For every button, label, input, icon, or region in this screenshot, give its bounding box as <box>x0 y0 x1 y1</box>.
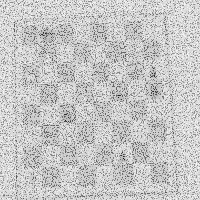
square-e6[interactable] <box>91 61 109 82</box>
square-g4[interactable] <box>128 100 147 121</box>
square-e1[interactable] <box>96 164 115 186</box>
square-a7[interactable] <box>22 45 40 65</box>
piece-black-king-b8[interactable]: ♚ <box>39 25 57 45</box>
square-b1[interactable] <box>42 166 61 188</box>
board-maker-emblem: ✵ <box>23 167 44 190</box>
square-d2[interactable] <box>77 143 96 165</box>
square-g8[interactable] <box>124 21 142 41</box>
square-a2[interactable] <box>23 146 41 168</box>
square-b4[interactable] <box>40 104 58 125</box>
square-f3[interactable] <box>112 121 131 143</box>
square-d3[interactable] <box>76 123 95 145</box>
square-f4[interactable] <box>111 101 130 122</box>
square-g1[interactable] <box>132 162 151 184</box>
square-d1[interactable] <box>78 165 97 187</box>
square-f8[interactable] <box>107 22 125 42</box>
square-c8[interactable] <box>56 24 74 44</box>
square-b2[interactable] <box>41 145 60 167</box>
piece-black-bishop-h6[interactable]: ♝ <box>143 59 162 80</box>
piece-white-bishop-d5[interactable]: ♝ <box>75 82 93 103</box>
square-c5[interactable] <box>57 83 75 104</box>
square-e7[interactable] <box>91 42 109 62</box>
piece-white-pawn-c3[interactable]: ♟ <box>59 123 78 145</box>
square-h8[interactable] <box>141 20 159 40</box>
piece-black-rook-h5[interactable]: ♜ <box>145 79 164 100</box>
piece-black-pawn-f2[interactable]: ♟ <box>113 142 132 164</box>
board-rotation-wrapper: ···· ✵ ♚♟♚♛♟♝♝♟♜♞♞♟♟ <box>9 0 177 198</box>
square-h7[interactable] <box>142 40 161 60</box>
square-b5[interactable] <box>40 83 58 104</box>
piece-white-king-g7[interactable]: ♚ <box>125 40 143 60</box>
piece-black-pawn-f5[interactable]: ♟ <box>110 80 129 101</box>
chess-board-frame: ···· ✵ ♚♟♚♛♟♝♝♟♜♞♞♟♟ <box>15 14 177 198</box>
square-f1[interactable] <box>114 163 133 185</box>
square-h3[interactable] <box>147 120 166 142</box>
piece-white-knight-d4[interactable]: ♞ <box>76 102 94 123</box>
square-d7[interactable] <box>73 43 91 63</box>
square-g2[interactable] <box>131 141 150 163</box>
square-c6[interactable] <box>57 63 75 84</box>
square-h2[interactable] <box>149 140 168 162</box>
square-e2[interactable] <box>95 143 114 165</box>
square-a3[interactable] <box>23 125 41 147</box>
square-b3[interactable] <box>41 124 59 146</box>
square-g3[interactable] <box>130 120 149 142</box>
square-f6[interactable] <box>109 61 127 82</box>
piece-white-queen-a6[interactable]: ♛ <box>22 64 40 85</box>
square-c2[interactable] <box>59 144 78 166</box>
piece-white-pawn-b7[interactable]: ♟ <box>39 44 57 64</box>
square-c1[interactable] <box>60 165 79 187</box>
square-e8[interactable] <box>90 23 108 43</box>
square-c7[interactable] <box>56 43 74 63</box>
square-e4[interactable] <box>93 101 112 122</box>
square-g5[interactable] <box>127 80 146 101</box>
photo-scene: ···· ✵ ♚♟♚♛♟♝♝♟♜♞♞♟♟ <box>0 0 200 200</box>
piece-white-pawn-b6[interactable]: ♟ <box>39 64 57 85</box>
board-tilt-wrapper: ···· ✵ ♚♟♚♛♟♝♝♟♜♞♞♟♟ <box>15 14 177 198</box>
square-g6[interactable] <box>126 60 145 81</box>
square-h4[interactable] <box>146 99 165 120</box>
square-e3[interactable] <box>94 122 113 144</box>
square-d8[interactable] <box>73 23 91 43</box>
square-a4[interactable] <box>23 104 41 125</box>
square-d6[interactable] <box>74 62 92 83</box>
square-a1[interactable]: ✵ <box>24 167 43 189</box>
square-e5[interactable] <box>92 81 110 102</box>
square-a5[interactable] <box>22 84 40 105</box>
square-h1[interactable] <box>150 161 170 183</box>
piece-black-knight-c4[interactable]: ♞ <box>58 103 76 124</box>
